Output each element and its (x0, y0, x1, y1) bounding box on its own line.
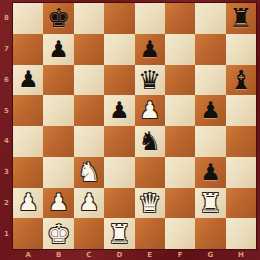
square-d8[interactable] (104, 3, 134, 34)
square-e2[interactable]: ♛ (135, 188, 165, 219)
square-b7[interactable]: ♟ (43, 34, 73, 65)
square-a1[interactable] (13, 218, 43, 249)
square-d3[interactable] (104, 157, 134, 188)
square-c7[interactable] (74, 34, 104, 65)
piece-white-rook[interactable]: ♜ (108, 221, 131, 247)
piece-black-queen[interactable]: ♛ (138, 67, 161, 93)
rank-label-6: 6 (0, 65, 13, 96)
piece-white-queen[interactable]: ♛ (138, 190, 161, 216)
square-g5[interactable]: ♟ (195, 95, 225, 126)
square-g3[interactable]: ♟ (195, 157, 225, 188)
square-h1[interactable] (226, 218, 256, 249)
piece-white-pawn[interactable]: ♟ (18, 191, 39, 214)
square-e8[interactable] (135, 3, 165, 34)
square-a8[interactable] (13, 3, 43, 34)
square-f5[interactable] (165, 95, 195, 126)
square-c8[interactable] (74, 3, 104, 34)
square-h8[interactable]: ♜ (226, 3, 256, 34)
square-b5[interactable] (43, 95, 73, 126)
rank-label-7: 7 (0, 34, 13, 65)
square-b2[interactable]: ♟ (43, 188, 73, 219)
square-e4[interactable]: ♞ (135, 126, 165, 157)
piece-black-pawn[interactable]: ♟ (139, 38, 160, 61)
file-label-f: F (165, 249, 195, 260)
square-f2[interactable] (165, 188, 195, 219)
file-labels: ABCDEFGH (13, 249, 256, 260)
square-f8[interactable] (165, 3, 195, 34)
square-c6[interactable] (74, 65, 104, 96)
square-a2[interactable]: ♟ (13, 188, 43, 219)
file-label-h: H (226, 249, 256, 260)
square-b8[interactable]: ♚ (43, 3, 73, 34)
square-g8[interactable] (195, 3, 225, 34)
board-frame: 87654321 ♚♜♟♟♟♛♝♟♟♟♞♞♟♟♟♟♛♜♚♜ ABCDEFGH (0, 0, 260, 260)
square-d7[interactable] (104, 34, 134, 65)
square-a6[interactable]: ♟ (13, 65, 43, 96)
piece-black-king[interactable]: ♚ (47, 5, 70, 31)
square-b1[interactable]: ♚ (43, 218, 73, 249)
square-f4[interactable] (165, 126, 195, 157)
piece-white-pawn[interactable]: ♟ (79, 191, 100, 214)
piece-black-pawn[interactable]: ♟ (109, 99, 130, 122)
rank-label-2: 2 (0, 188, 13, 219)
square-g1[interactable] (195, 218, 225, 249)
rank-label-8: 8 (0, 3, 13, 34)
square-f3[interactable] (165, 157, 195, 188)
square-h5[interactable] (226, 95, 256, 126)
square-a4[interactable] (13, 126, 43, 157)
file-label-g: G (195, 249, 225, 260)
square-c2[interactable]: ♟ (74, 188, 104, 219)
piece-black-knight[interactable]: ♞ (138, 128, 161, 154)
rank-label-1: 1 (0, 218, 13, 249)
piece-black-pawn[interactable]: ♟ (48, 38, 69, 61)
piece-white-rook[interactable]: ♜ (199, 190, 222, 216)
square-h2[interactable] (226, 188, 256, 219)
square-c5[interactable] (74, 95, 104, 126)
file-label-d: D (104, 249, 134, 260)
file-label-a: A (13, 249, 43, 260)
square-f7[interactable] (165, 34, 195, 65)
square-a5[interactable] (13, 95, 43, 126)
piece-black-rook[interactable]: ♜ (229, 5, 252, 31)
square-g4[interactable] (195, 126, 225, 157)
square-d1[interactable]: ♜ (104, 218, 134, 249)
square-h4[interactable] (226, 126, 256, 157)
square-h3[interactable] (226, 157, 256, 188)
square-d5[interactable]: ♟ (104, 95, 134, 126)
piece-white-knight[interactable]: ♞ (77, 159, 100, 185)
piece-black-pawn[interactable]: ♟ (200, 99, 221, 122)
square-g6[interactable] (195, 65, 225, 96)
rank-label-5: 5 (0, 95, 13, 126)
square-a7[interactable] (13, 34, 43, 65)
square-h6[interactable]: ♝ (226, 65, 256, 96)
square-b3[interactable] (43, 157, 73, 188)
square-d2[interactable] (104, 188, 134, 219)
square-d4[interactable] (104, 126, 134, 157)
chess-board: ♚♜♟♟♟♛♝♟♟♟♞♞♟♟♟♟♛♜♚♜ (13, 3, 256, 249)
file-label-e: E (135, 249, 165, 260)
piece-white-king[interactable]: ♚ (47, 221, 70, 247)
piece-black-pawn[interactable]: ♟ (200, 161, 221, 184)
square-g2[interactable]: ♜ (195, 188, 225, 219)
square-c4[interactable] (74, 126, 104, 157)
square-b4[interactable] (43, 126, 73, 157)
square-f6[interactable] (165, 65, 195, 96)
square-c3[interactable]: ♞ (74, 157, 104, 188)
square-a3[interactable] (13, 157, 43, 188)
square-e7[interactable]: ♟ (135, 34, 165, 65)
square-e3[interactable] (135, 157, 165, 188)
piece-white-pawn[interactable]: ♟ (48, 191, 69, 214)
square-g7[interactable] (195, 34, 225, 65)
piece-black-bishop[interactable]: ♝ (229, 67, 252, 93)
square-d6[interactable] (104, 65, 134, 96)
square-h7[interactable] (226, 34, 256, 65)
square-e1[interactable] (135, 218, 165, 249)
rank-label-3: 3 (0, 157, 13, 188)
square-e5[interactable]: ♟ (135, 95, 165, 126)
file-label-b: B (43, 249, 73, 260)
file-label-c: C (74, 249, 104, 260)
square-e6[interactable]: ♛ (135, 65, 165, 96)
piece-white-pawn[interactable]: ♟ (139, 99, 160, 122)
square-f1[interactable] (165, 218, 195, 249)
square-b6[interactable] (43, 65, 73, 96)
rank-labels: 87654321 (0, 3, 13, 249)
rank-label-4: 4 (0, 126, 13, 157)
square-c1[interactable] (74, 218, 104, 249)
piece-black-pawn[interactable]: ♟ (18, 68, 39, 91)
